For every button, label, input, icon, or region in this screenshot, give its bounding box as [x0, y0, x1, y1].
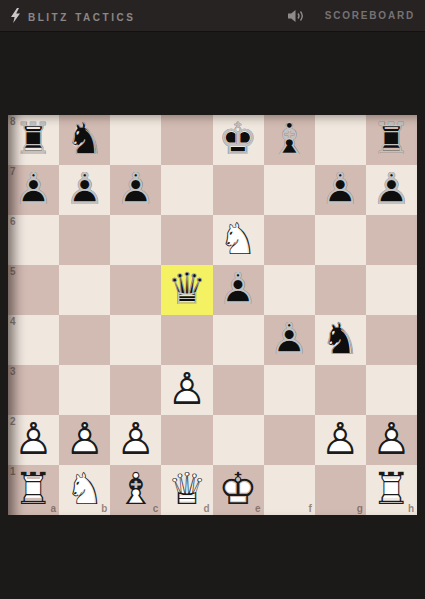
- square-h6[interactable]: [366, 215, 417, 265]
- file-label-g: g: [357, 503, 363, 514]
- black-pawn[interactable]: ♟♙: [213, 265, 264, 315]
- square-g4[interactable]: ♞♘: [315, 315, 366, 365]
- square-d5[interactable]: ♛♕: [161, 265, 212, 315]
- square-d8[interactable]: [161, 115, 212, 165]
- square-g7[interactable]: ♟♙: [315, 165, 366, 215]
- black-pawn[interactable]: ♟♙: [264, 315, 315, 365]
- piece-outline: ♗: [264, 114, 315, 164]
- white-pawn[interactable]: ♟♙: [315, 415, 366, 465]
- white-bishop[interactable]: ♝♗: [110, 465, 161, 515]
- piece-outline: ♔: [213, 464, 264, 514]
- white-pawn[interactable]: ♟♙: [8, 415, 59, 465]
- square-b2[interactable]: ♟♙: [59, 415, 110, 465]
- lightning-bolt-icon: [10, 8, 21, 23]
- square-c1[interactable]: c♝♗: [110, 465, 161, 515]
- square-h8[interactable]: ♜♖: [366, 115, 417, 165]
- square-d4[interactable]: [161, 315, 212, 365]
- piece-outline: ♙: [315, 414, 366, 464]
- square-f2[interactable]: [264, 415, 315, 465]
- black-knight[interactable]: ♞♘: [59, 115, 110, 165]
- piece-outline: ♙: [110, 164, 161, 214]
- square-e7[interactable]: [213, 165, 264, 215]
- square-g8[interactable]: [315, 115, 366, 165]
- rank-label-6: 6: [10, 216, 16, 227]
- piece-outline: ♖: [8, 464, 59, 514]
- square-c8[interactable]: [110, 115, 161, 165]
- square-a1[interactable]: 1a♜♖: [8, 465, 59, 515]
- square-g5[interactable]: [315, 265, 366, 315]
- piece-outline: ♔: [213, 114, 264, 164]
- square-g1[interactable]: g: [315, 465, 366, 515]
- piece-outline: ♙: [59, 164, 110, 214]
- rank-label-5: 5: [10, 266, 16, 277]
- square-b5[interactable]: [59, 265, 110, 315]
- square-d2[interactable]: [161, 415, 212, 465]
- piece-outline: ♙: [315, 164, 366, 214]
- app-title: Blitz Tactics: [28, 8, 135, 24]
- file-label-f: f: [308, 503, 311, 514]
- black-pawn[interactable]: ♟♙: [110, 165, 161, 215]
- square-f4[interactable]: ♟♙: [264, 315, 315, 365]
- home-link[interactable]: Blitz Tactics: [10, 8, 135, 24]
- square-b7[interactable]: ♟♙: [59, 165, 110, 215]
- square-f5[interactable]: [264, 265, 315, 315]
- white-pawn[interactable]: ♟♙: [161, 365, 212, 415]
- piece-outline: ♕: [161, 464, 212, 514]
- piece-outline: ♘: [213, 214, 264, 264]
- black-knight[interactable]: ♞♘: [315, 315, 366, 365]
- square-d7[interactable]: [161, 165, 212, 215]
- black-king[interactable]: ♚♔: [213, 115, 264, 165]
- square-f8[interactable]: ♝♗: [264, 115, 315, 165]
- square-e1[interactable]: e♚♔: [213, 465, 264, 515]
- square-f7[interactable]: [264, 165, 315, 215]
- square-h5[interactable]: [366, 265, 417, 315]
- piece-outline: ♙: [161, 364, 212, 414]
- chess-board: 8♜♖♞♘♚♔♝♗♜♖7♟♙♟♙♟♙♟♙♟♙6♞♘5♛♕♟♙4♟♙♞♘3♟♙2♟…: [8, 115, 417, 515]
- square-e3[interactable]: [213, 365, 264, 415]
- piece-outline: ♙: [366, 164, 417, 214]
- square-f6[interactable]: [264, 215, 315, 265]
- square-h4[interactable]: [366, 315, 417, 365]
- square-g2[interactable]: ♟♙: [315, 415, 366, 465]
- square-a5[interactable]: 5: [8, 265, 59, 315]
- rank-label-4: 4: [10, 316, 16, 327]
- square-a3[interactable]: 3: [8, 365, 59, 415]
- white-knight[interactable]: ♞♘: [59, 465, 110, 515]
- square-b8[interactable]: ♞♘: [59, 115, 110, 165]
- white-pawn[interactable]: ♟♙: [366, 415, 417, 465]
- square-a2[interactable]: 2♟♙: [8, 415, 59, 465]
- square-d1[interactable]: d♛♕: [161, 465, 212, 515]
- square-g3[interactable]: [315, 365, 366, 415]
- square-h2[interactable]: ♟♙: [366, 415, 417, 465]
- white-king[interactable]: ♚♔: [213, 465, 264, 515]
- black-pawn[interactable]: ♟♙: [366, 165, 417, 215]
- piece-outline: ♙: [366, 414, 417, 464]
- black-rook[interactable]: ♜♖: [366, 115, 417, 165]
- piece-outline: ♙: [59, 414, 110, 464]
- speaker-icon[interactable]: [288, 9, 305, 23]
- square-e2[interactable]: [213, 415, 264, 465]
- white-pawn[interactable]: ♟♙: [59, 415, 110, 465]
- square-e8[interactable]: ♚♔: [213, 115, 264, 165]
- square-b6[interactable]: [59, 215, 110, 265]
- square-b4[interactable]: [59, 315, 110, 365]
- square-c5[interactable]: [110, 265, 161, 315]
- square-f3[interactable]: [264, 365, 315, 415]
- square-a6[interactable]: 6: [8, 215, 59, 265]
- square-c7[interactable]: ♟♙: [110, 165, 161, 215]
- piece-outline: ♙: [213, 264, 264, 314]
- square-b3[interactable]: [59, 365, 110, 415]
- white-knight[interactable]: ♞♘: [213, 215, 264, 265]
- piece-outline: ♙: [8, 164, 59, 214]
- square-d3[interactable]: ♟♙: [161, 365, 212, 415]
- square-e4[interactable]: [213, 315, 264, 365]
- piece-outline: ♗: [110, 464, 161, 514]
- black-queen[interactable]: ♛♕: [161, 265, 212, 315]
- black-bishop[interactable]: ♝♗: [264, 115, 315, 165]
- square-e5[interactable]: ♟♙: [213, 265, 264, 315]
- white-rook[interactable]: ♜♖: [8, 465, 59, 515]
- piece-outline: ♙: [8, 414, 59, 464]
- piece-outline: ♖: [366, 464, 417, 514]
- top-bar: Blitz Tactics SCOREBOARD: [0, 0, 425, 32]
- page: Blitz Tactics SCOREBOARD White to move 8…: [0, 0, 425, 599]
- piece-outline: ♙: [110, 414, 161, 464]
- square-c3[interactable]: [110, 365, 161, 415]
- piece-outline: ♖: [8, 114, 59, 164]
- piece-outline: ♘: [315, 314, 366, 364]
- square-b1[interactable]: b♞♘: [59, 465, 110, 515]
- square-c4[interactable]: [110, 315, 161, 365]
- white-queen[interactable]: ♛♕: [161, 465, 212, 515]
- square-a7[interactable]: 7♟♙: [8, 165, 59, 215]
- square-a4[interactable]: 4: [8, 315, 59, 365]
- scoreboard-link[interactable]: SCOREBOARD: [325, 10, 415, 21]
- piece-outline: ♘: [59, 114, 110, 164]
- piece-outline: ♘: [59, 464, 110, 514]
- piece-outline: ♕: [161, 264, 212, 314]
- white-rook[interactable]: ♜♖: [366, 465, 417, 515]
- black-pawn[interactable]: ♟♙: [59, 165, 110, 215]
- piece-outline: ♖: [366, 114, 417, 164]
- piece-outline: ♙: [264, 314, 315, 364]
- square-g6[interactable]: [315, 215, 366, 265]
- square-c2[interactable]: ♟♙: [110, 415, 161, 465]
- square-e6[interactable]: ♞♘: [213, 215, 264, 265]
- black-pawn[interactable]: ♟♙: [315, 165, 366, 215]
- square-h1[interactable]: h♜♖: [366, 465, 417, 515]
- square-h7[interactable]: ♟♙: [366, 165, 417, 215]
- black-rook[interactable]: ♜♖: [8, 115, 59, 165]
- square-a8[interactable]: 8♜♖: [8, 115, 59, 165]
- board-container: 8♜♖♞♘♚♔♝♗♜♖7♟♙♟♙♟♙♟♙♟♙6♞♘5♛♕♟♙4♟♙♞♘3♟♙2♟…: [8, 115, 417, 515]
- square-c6[interactable]: [110, 215, 161, 265]
- white-pawn[interactable]: ♟♙: [110, 415, 161, 465]
- rank-label-3: 3: [10, 366, 16, 377]
- black-pawn[interactable]: ♟♙: [8, 165, 59, 215]
- square-d6[interactable]: [161, 215, 212, 265]
- square-f1[interactable]: f: [264, 465, 315, 515]
- square-h3[interactable]: [366, 365, 417, 415]
